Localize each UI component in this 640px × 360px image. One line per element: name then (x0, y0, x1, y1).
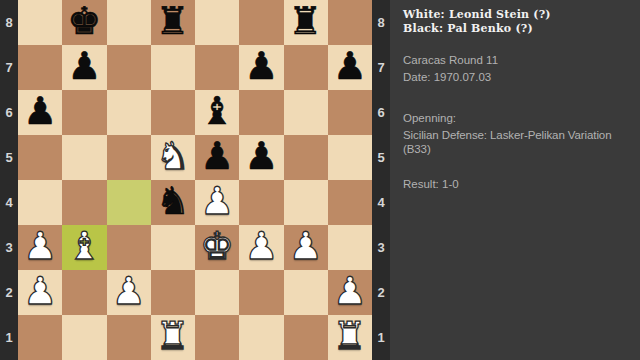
white-rook-h1: ♜ (333, 314, 367, 359)
rank-label-7: 7 (0, 45, 18, 90)
square-c4[interactable] (107, 180, 151, 225)
square-g5[interactable] (284, 135, 328, 180)
square-g3[interactable]: ♟ (284, 225, 328, 270)
date-line: Date: 1970.07.03 (403, 70, 630, 84)
white-pawn-e4: ♟ (200, 179, 234, 224)
black-pawn-e5: ♟ (200, 134, 234, 179)
square-b1[interactable] (62, 315, 106, 360)
white-pawn-g3: ♟ (289, 224, 323, 269)
rank-label-8: 8 (0, 0, 18, 45)
chess-app: 87654321 ♚♜♜♟♟♟♟♝♞♟♟♞♟♟♝♚♟♟♟♟♟♜♜ 8765432… (0, 0, 640, 360)
square-f1[interactable] (239, 315, 283, 360)
square-h4[interactable] (328, 180, 372, 225)
square-c2[interactable]: ♟ (107, 270, 151, 315)
opening-name: Sicilian Defense: Lasker-Pelikan Variati… (403, 128, 630, 156)
square-c6[interactable] (107, 90, 151, 135)
result-line: Result: 1-0 (403, 177, 630, 191)
rank-label-3: 3 (372, 225, 390, 270)
square-h1[interactable]: ♜ (328, 315, 372, 360)
square-b2[interactable] (62, 270, 106, 315)
black-pawn-a6: ♟ (23, 89, 57, 134)
square-d2[interactable] (151, 270, 195, 315)
square-g1[interactable] (284, 315, 328, 360)
white-pawn-h2: ♟ (333, 269, 367, 314)
rank-label-6: 6 (0, 90, 18, 135)
square-d1[interactable]: ♜ (151, 315, 195, 360)
square-e6[interactable]: ♝ (195, 90, 239, 135)
white-pawn-c2: ♟ (112, 269, 146, 314)
square-b8[interactable]: ♚ (62, 0, 106, 45)
square-c3[interactable] (107, 225, 151, 270)
black-pawn-b7: ♟ (67, 44, 101, 89)
square-h3[interactable] (328, 225, 372, 270)
square-g4[interactable] (284, 180, 328, 225)
rank-label-4: 4 (372, 180, 390, 225)
white-pawn-f3: ♟ (244, 224, 278, 269)
square-f5[interactable]: ♟ (239, 135, 283, 180)
square-b5[interactable] (62, 135, 106, 180)
square-g8[interactable]: ♜ (284, 0, 328, 45)
rank-label-1: 1 (0, 315, 18, 360)
white-knight-d5: ♞ (156, 134, 190, 179)
rank-label-6: 6 (372, 90, 390, 135)
square-c5[interactable] (107, 135, 151, 180)
square-a7[interactable] (18, 45, 62, 90)
square-h2[interactable]: ♟ (328, 270, 372, 315)
game-info-panel: White: Leonid Stein (?) Black: Pal Benko… (390, 0, 640, 360)
black-rook-d8: ♜ (156, 0, 190, 44)
square-b7[interactable]: ♟ (62, 45, 106, 90)
white-pawn-a3: ♟ (23, 224, 57, 269)
square-c8[interactable] (107, 0, 151, 45)
square-e7[interactable] (195, 45, 239, 90)
rank-label-1: 1 (372, 315, 390, 360)
rank-label-3: 3 (0, 225, 18, 270)
black-pawn-f7: ♟ (244, 44, 278, 89)
square-g2[interactable] (284, 270, 328, 315)
opening-label: Openning: (403, 111, 630, 125)
square-d5[interactable]: ♞ (151, 135, 195, 180)
white-bishop-b3: ♝ (67, 224, 101, 269)
square-e2[interactable] (195, 270, 239, 315)
black-king-b8: ♚ (67, 0, 101, 44)
black-pawn-h7: ♟ (333, 44, 367, 89)
white-pawn-a2: ♟ (23, 269, 57, 314)
white-king-e3: ♚ (200, 224, 234, 269)
square-e5[interactable]: ♟ (195, 135, 239, 180)
white-rook-d1: ♜ (156, 314, 190, 359)
black-bishop-e6: ♝ (200, 89, 234, 134)
square-a8[interactable] (18, 0, 62, 45)
square-b3[interactable]: ♝ (62, 225, 106, 270)
square-f4[interactable] (239, 180, 283, 225)
square-a6[interactable]: ♟ (18, 90, 62, 135)
square-c7[interactable] (107, 45, 151, 90)
rank-label-2: 2 (0, 270, 18, 315)
black-rook-g8: ♜ (289, 0, 323, 44)
square-h7[interactable]: ♟ (328, 45, 372, 90)
rank-label-5: 5 (372, 135, 390, 180)
square-d7[interactable] (151, 45, 195, 90)
square-f6[interactable] (239, 90, 283, 135)
square-a2[interactable]: ♟ (18, 270, 62, 315)
rank-label-2: 2 (372, 270, 390, 315)
square-h8[interactable] (328, 0, 372, 45)
event-round-line: Caracas Round 11 (403, 53, 630, 67)
square-f2[interactable] (239, 270, 283, 315)
black-pawn-f5: ♟ (244, 134, 278, 179)
rank-label-8: 8 (372, 0, 390, 45)
rank-label-5: 5 (0, 135, 18, 180)
square-e1[interactable] (195, 315, 239, 360)
square-d6[interactable] (151, 90, 195, 135)
square-g6[interactable] (284, 90, 328, 135)
rank-label-4: 4 (0, 180, 18, 225)
square-e4[interactable]: ♟ (195, 180, 239, 225)
square-d4[interactable]: ♞ (151, 180, 195, 225)
rank-strip-right: 87654321 (372, 0, 390, 360)
black-player-line: Black: Pal Benko (?) (403, 22, 630, 36)
square-c1[interactable] (107, 315, 151, 360)
square-e3[interactable]: ♚ (195, 225, 239, 270)
chess-board: ♚♜♜♟♟♟♟♝♞♟♟♞♟♟♝♚♟♟♟♟♟♜♜ (18, 0, 372, 360)
square-h6[interactable] (328, 90, 372, 135)
square-b4[interactable] (62, 180, 106, 225)
rank-strip-left: 87654321 (0, 0, 18, 360)
square-e8[interactable] (195, 0, 239, 45)
square-b6[interactable] (62, 90, 106, 135)
black-knight-d4: ♞ (156, 179, 190, 224)
white-player-line: White: Leonid Stein (?) (403, 8, 630, 22)
square-a4[interactable] (18, 180, 62, 225)
square-a1[interactable] (18, 315, 62, 360)
square-f8[interactable] (239, 0, 283, 45)
square-a3[interactable]: ♟ (18, 225, 62, 270)
square-f7[interactable]: ♟ (239, 45, 283, 90)
square-d8[interactable]: ♜ (151, 0, 195, 45)
square-a5[interactable] (18, 135, 62, 180)
square-g7[interactable] (284, 45, 328, 90)
square-f3[interactable]: ♟ (239, 225, 283, 270)
rank-label-7: 7 (372, 45, 390, 90)
square-d3[interactable] (151, 225, 195, 270)
square-h5[interactable] (328, 135, 372, 180)
